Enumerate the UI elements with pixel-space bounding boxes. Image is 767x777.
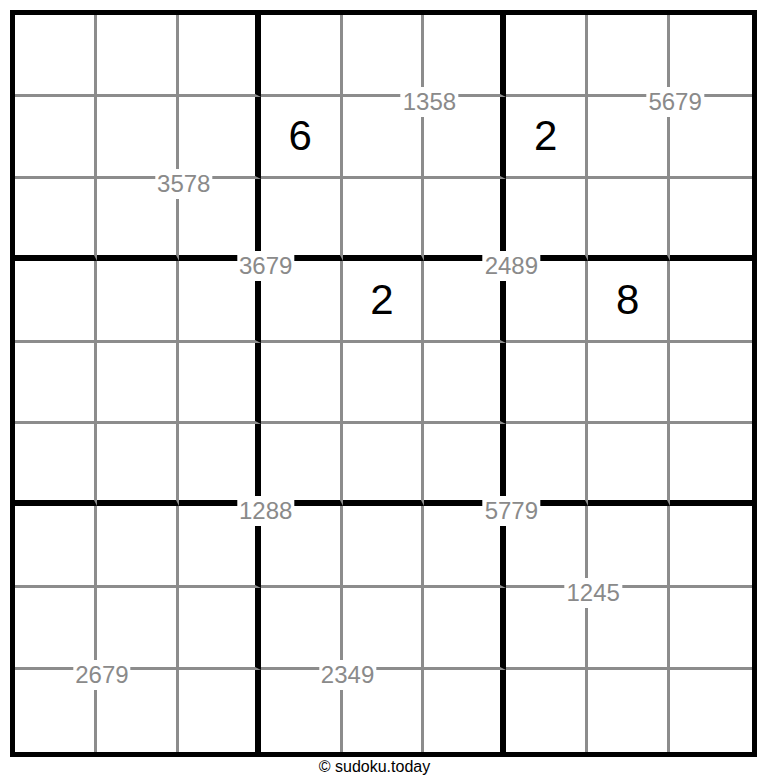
cell-r6c2[interactable] (97, 424, 179, 506)
cell-r5c4[interactable] (261, 343, 343, 425)
quadruple-clue-5779: 5779 (483, 496, 540, 526)
cell-r1c4[interactable] (261, 15, 343, 97)
cell-r5c8[interactable] (588, 343, 670, 425)
cell-r9c8[interactable] (588, 670, 670, 752)
cell-r8c9[interactable] (670, 588, 752, 670)
cell-r1c3[interactable] (179, 15, 261, 97)
cell-r8c3[interactable] (179, 588, 261, 670)
cell-r2c1[interactable] (15, 97, 97, 179)
cell-r1c8[interactable] (588, 15, 670, 97)
cell-r4c9[interactable] (670, 261, 752, 343)
cell-r7c5[interactable] (343, 506, 425, 588)
quadruple-clue-1288: 1288 (237, 496, 294, 526)
cell-r6c9[interactable] (670, 424, 752, 506)
cell-r7c1[interactable] (15, 506, 97, 588)
quadruple-clue-1358: 1358 (401, 87, 458, 117)
cell-r3c5[interactable] (343, 179, 425, 261)
sudoku-board: 6228135856793578367924891288577912452679… (10, 10, 757, 757)
cell-r6c1[interactable] (15, 424, 97, 506)
cell-r3c6[interactable] (424, 179, 506, 261)
cell-r9c7[interactable] (506, 670, 588, 752)
cell-r4c2[interactable] (97, 261, 179, 343)
footer-credit: © sudoku.today (0, 757, 749, 777)
cell-r1c6[interactable] (424, 15, 506, 97)
cell-r6c4[interactable] (261, 424, 343, 506)
cell-r8c1[interactable] (15, 588, 97, 670)
cell-r5c3[interactable] (179, 343, 261, 425)
cell-r9c3[interactable] (179, 670, 261, 752)
cell-r5c9[interactable] (670, 343, 752, 425)
cell-r2c2[interactable] (97, 97, 179, 179)
cell-r2c3[interactable] (179, 97, 261, 179)
quadruple-clue-1245: 1245 (565, 578, 622, 608)
cell-r6c3[interactable] (179, 424, 261, 506)
cell-r6c7[interactable] (506, 424, 588, 506)
quadruple-clue-3679: 3679 (237, 251, 294, 281)
cell-r1c2[interactable] (97, 15, 179, 97)
quadruple-clue-2349: 2349 (319, 660, 376, 690)
cell-r5c6[interactable] (424, 343, 506, 425)
cell-r1c9[interactable] (670, 15, 752, 97)
cell-r6c5[interactable] (343, 424, 425, 506)
cell-r4c5[interactable]: 2 (343, 261, 425, 343)
cell-r2c7[interactable]: 2 (506, 97, 588, 179)
cell-r5c2[interactable] (97, 343, 179, 425)
cell-r8c6[interactable] (424, 588, 506, 670)
cell-r6c8[interactable] (588, 424, 670, 506)
puzzle-page: 6228135856793578367924891288577912452679… (0, 0, 767, 777)
cell-r5c1[interactable] (15, 343, 97, 425)
cell-r7c9[interactable] (670, 506, 752, 588)
cell-r3c7[interactable] (506, 179, 588, 261)
cell-r1c1[interactable] (15, 15, 97, 97)
cell-r7c2[interactable] (97, 506, 179, 588)
cell-r8c2[interactable] (97, 588, 179, 670)
cell-r7c8[interactable] (588, 506, 670, 588)
cell-r3c8[interactable] (588, 179, 670, 261)
cell-r1c7[interactable] (506, 15, 588, 97)
quadruple-clue-5679: 5679 (646, 87, 703, 117)
cell-r9c9[interactable] (670, 670, 752, 752)
quadruple-clue-2679: 2679 (73, 660, 130, 690)
cell-r3c4[interactable] (261, 179, 343, 261)
cell-r5c7[interactable] (506, 343, 588, 425)
cell-r9c6[interactable] (424, 670, 506, 752)
cell-r8c4[interactable] (261, 588, 343, 670)
quadruple-clue-3578: 3578 (155, 169, 212, 199)
cell-r2c4[interactable]: 6 (261, 97, 343, 179)
cell-r5c5[interactable] (343, 343, 425, 425)
quadruple-clue-2489: 2489 (483, 251, 540, 281)
cell-r3c1[interactable] (15, 179, 97, 261)
cell-r4c8[interactable]: 8 (588, 261, 670, 343)
cell-r8c5[interactable] (343, 588, 425, 670)
cell-r3c9[interactable] (670, 179, 752, 261)
cell-r1c5[interactable] (343, 15, 425, 97)
cell-r6c6[interactable] (424, 424, 506, 506)
cell-r4c1[interactable] (15, 261, 97, 343)
